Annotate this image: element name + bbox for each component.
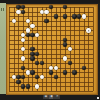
- black-stone: [35, 52, 39, 56]
- bottom-toolbar: ▦◉✕: [43, 95, 60, 99]
- white-stone: [35, 84, 39, 88]
- black-stone: [21, 75, 25, 79]
- white-stone: [35, 33, 39, 37]
- star-point: [79, 77, 81, 79]
- close-icon[interactable]: ✕: [55, 95, 59, 98]
- white-stone: [68, 47, 72, 51]
- black-stone: [30, 56, 34, 60]
- black-stone: [35, 61, 39, 65]
- black-stone: [40, 61, 44, 65]
- grid-line-vertical: [60, 7, 61, 91]
- black-stone: [16, 80, 20, 84]
- white-stone: [40, 75, 44, 79]
- white-stone: [12, 19, 16, 23]
- white-stone: [21, 38, 25, 42]
- black-stone: [68, 61, 72, 65]
- white-stone: [63, 56, 67, 60]
- stone-icon[interactable]: ◉: [49, 95, 53, 98]
- black-stone: [30, 70, 34, 74]
- grid-line-vertical: [88, 7, 89, 91]
- star-point: [51, 49, 53, 51]
- white-stone: [21, 33, 25, 37]
- grid-line-horizontal: [9, 54, 93, 55]
- white-stone: [44, 10, 48, 14]
- resize-handle-icon[interactable]: [97, 97, 99, 99]
- black-stone: [21, 66, 25, 70]
- go-board-grid[interactable]: [0, 0, 100, 100]
- white-stone: [21, 56, 25, 60]
- black-stone: [44, 19, 48, 23]
- grid-line-vertical: [93, 7, 94, 91]
- grid-line-horizontal: [9, 63, 93, 64]
- star-point: [79, 49, 81, 51]
- black-stone: [49, 5, 53, 9]
- black-stone: [26, 84, 30, 88]
- black-stone: [82, 66, 86, 70]
- black-stone: [63, 14, 67, 18]
- white-stone: [26, 19, 30, 23]
- grid-line-horizontal: [9, 82, 93, 83]
- black-stone: [54, 75, 58, 79]
- white-stone: [86, 28, 90, 32]
- black-stone: [21, 5, 25, 9]
- black-stone: [63, 42, 67, 46]
- black-stone: [49, 70, 53, 74]
- black-stone: [21, 10, 25, 14]
- grid-icon[interactable]: ▦: [44, 95, 48, 98]
- star-point: [23, 21, 25, 23]
- last-move-marker-icon: [88, 30, 90, 32]
- black-stone: [72, 70, 76, 74]
- grid-line-vertical: [65, 7, 66, 91]
- black-stone: [77, 14, 81, 18]
- grid-line-horizontal: [9, 91, 93, 92]
- app-window: { "game": "go", "app": { "top_strip_colo…: [0, 0, 100, 100]
- black-stone: [63, 5, 67, 9]
- black-stone: [30, 47, 34, 51]
- white-stone: [21, 47, 25, 51]
- white-stone: [82, 14, 86, 18]
- white-stone: [30, 24, 34, 28]
- black-stone: [54, 14, 58, 18]
- black-stone: [21, 84, 25, 88]
- black-stone: [63, 70, 67, 74]
- white-stone: [54, 66, 58, 70]
- star-point: [51, 77, 53, 79]
- black-stone: [35, 75, 39, 79]
- grid-line-vertical: [84, 7, 85, 91]
- star-point: [51, 21, 53, 23]
- star-point: [79, 21, 81, 23]
- grid-line-vertical: [74, 7, 75, 91]
